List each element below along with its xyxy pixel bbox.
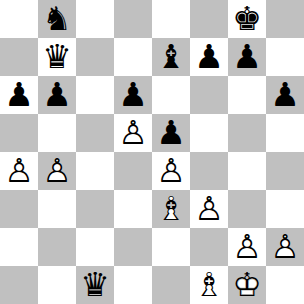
white-pawn: ♟♙ bbox=[114, 114, 152, 152]
square-a4[interactable]: ♟♙ bbox=[0, 152, 38, 190]
pawn-glyph: ♟ bbox=[114, 76, 152, 114]
square-h2[interactable]: ♟♙ bbox=[266, 228, 304, 266]
square-a3[interactable] bbox=[0, 190, 38, 228]
square-f1[interactable]: ♝♗ bbox=[190, 266, 228, 304]
white-bishop: ♝♗ bbox=[190, 266, 228, 304]
square-d7[interactable] bbox=[114, 38, 152, 76]
square-c1[interactable]: ♛ bbox=[76, 266, 114, 304]
black-bishop: ♝ bbox=[152, 38, 190, 76]
square-b1[interactable] bbox=[38, 266, 76, 304]
white-pawn: ♟♙ bbox=[266, 228, 304, 266]
white-pawn: ♟♙ bbox=[152, 152, 190, 190]
square-f2[interactable] bbox=[190, 228, 228, 266]
square-a2[interactable] bbox=[0, 228, 38, 266]
pawn-outline-glyph: ♙ bbox=[152, 152, 190, 190]
square-b6[interactable]: ♟ bbox=[38, 76, 76, 114]
pawn-glyph: ♟ bbox=[152, 114, 190, 152]
black-pawn: ♟ bbox=[152, 114, 190, 152]
square-f6[interactable] bbox=[190, 76, 228, 114]
square-g8[interactable]: ♚ bbox=[228, 0, 266, 38]
square-d6[interactable]: ♟ bbox=[114, 76, 152, 114]
pawn-outline-glyph: ♙ bbox=[0, 152, 38, 190]
square-g1[interactable]: ♚♔ bbox=[228, 266, 266, 304]
square-h5[interactable] bbox=[266, 114, 304, 152]
square-e8[interactable] bbox=[152, 0, 190, 38]
queen-glyph: ♛ bbox=[38, 38, 76, 76]
square-g2[interactable]: ♟♙ bbox=[228, 228, 266, 266]
square-c4[interactable] bbox=[76, 152, 114, 190]
black-pawn: ♟ bbox=[114, 76, 152, 114]
king-glyph: ♚ bbox=[228, 0, 266, 38]
pawn-glyph: ♟ bbox=[266, 76, 304, 114]
square-f4[interactable] bbox=[190, 152, 228, 190]
square-b3[interactable] bbox=[38, 190, 76, 228]
square-g4[interactable] bbox=[228, 152, 266, 190]
square-e6[interactable] bbox=[152, 76, 190, 114]
pawn-glyph: ♟ bbox=[0, 76, 38, 114]
white-bishop: ♝♗ bbox=[152, 190, 190, 228]
square-c6[interactable] bbox=[76, 76, 114, 114]
pawn-outline-glyph: ♙ bbox=[114, 114, 152, 152]
square-a8[interactable] bbox=[0, 0, 38, 38]
square-a7[interactable] bbox=[0, 38, 38, 76]
square-a1[interactable] bbox=[0, 266, 38, 304]
square-e4[interactable]: ♟♙ bbox=[152, 152, 190, 190]
black-queen: ♛ bbox=[38, 38, 76, 76]
white-king: ♚♔ bbox=[228, 266, 266, 304]
pawn-glyph: ♟ bbox=[190, 38, 228, 76]
square-b5[interactable] bbox=[38, 114, 76, 152]
square-g3[interactable] bbox=[228, 190, 266, 228]
square-d5[interactable]: ♟♙ bbox=[114, 114, 152, 152]
pawn-outline-glyph: ♙ bbox=[266, 228, 304, 266]
chess-board: ♞♚♛♝♟♟♟♟♟♟♟♙♟♟♙♟♙♟♙♝♗♟♙♟♙♟♙♛♝♗♚♔ bbox=[0, 0, 304, 304]
pawn-outline-glyph: ♙ bbox=[228, 228, 266, 266]
square-c2[interactable] bbox=[76, 228, 114, 266]
pawn-outline-glyph: ♙ bbox=[190, 190, 228, 228]
square-e1[interactable] bbox=[152, 266, 190, 304]
pawn-glyph: ♟ bbox=[38, 76, 76, 114]
square-c5[interactable] bbox=[76, 114, 114, 152]
square-b4[interactable]: ♟♙ bbox=[38, 152, 76, 190]
black-queen: ♛ bbox=[76, 266, 114, 304]
square-e2[interactable] bbox=[152, 228, 190, 266]
square-c7[interactable] bbox=[76, 38, 114, 76]
square-f3[interactable]: ♟♙ bbox=[190, 190, 228, 228]
square-h4[interactable] bbox=[266, 152, 304, 190]
pawn-glyph: ♟ bbox=[228, 38, 266, 76]
square-d8[interactable] bbox=[114, 0, 152, 38]
square-f5[interactable] bbox=[190, 114, 228, 152]
white-pawn: ♟♙ bbox=[0, 152, 38, 190]
black-pawn: ♟ bbox=[38, 76, 76, 114]
black-pawn: ♟ bbox=[266, 76, 304, 114]
square-h3[interactable] bbox=[266, 190, 304, 228]
square-d2[interactable] bbox=[114, 228, 152, 266]
bishop-glyph: ♝ bbox=[152, 38, 190, 76]
square-h6[interactable]: ♟ bbox=[266, 76, 304, 114]
square-g7[interactable]: ♟ bbox=[228, 38, 266, 76]
queen-glyph: ♛ bbox=[76, 266, 114, 304]
black-knight: ♞ bbox=[38, 0, 76, 38]
square-d3[interactable] bbox=[114, 190, 152, 228]
pawn-outline-glyph: ♙ bbox=[38, 152, 76, 190]
square-g6[interactable] bbox=[228, 76, 266, 114]
white-pawn: ♟♙ bbox=[228, 228, 266, 266]
bishop-outline-glyph: ♗ bbox=[152, 190, 190, 228]
knight-glyph: ♞ bbox=[38, 0, 76, 38]
square-e3[interactable]: ♝♗ bbox=[152, 190, 190, 228]
square-c8[interactable] bbox=[76, 0, 114, 38]
square-b7[interactable]: ♛ bbox=[38, 38, 76, 76]
square-c3[interactable] bbox=[76, 190, 114, 228]
black-pawn: ♟ bbox=[190, 38, 228, 76]
black-pawn: ♟ bbox=[228, 38, 266, 76]
square-b2[interactable] bbox=[38, 228, 76, 266]
square-d1[interactable] bbox=[114, 266, 152, 304]
square-d4[interactable] bbox=[114, 152, 152, 190]
square-h8[interactable] bbox=[266, 0, 304, 38]
black-king: ♚ bbox=[228, 0, 266, 38]
square-a5[interactable] bbox=[0, 114, 38, 152]
square-f8[interactable] bbox=[190, 0, 228, 38]
square-b8[interactable]: ♞ bbox=[38, 0, 76, 38]
square-h1[interactable] bbox=[266, 266, 304, 304]
square-e5[interactable]: ♟ bbox=[152, 114, 190, 152]
square-a6[interactable]: ♟ bbox=[0, 76, 38, 114]
white-pawn: ♟♙ bbox=[190, 190, 228, 228]
bishop-outline-glyph: ♗ bbox=[190, 266, 228, 304]
square-g5[interactable] bbox=[228, 114, 266, 152]
white-pawn: ♟♙ bbox=[38, 152, 76, 190]
square-f7[interactable]: ♟ bbox=[190, 38, 228, 76]
square-h7[interactable] bbox=[266, 38, 304, 76]
black-pawn: ♟ bbox=[0, 76, 38, 114]
king-outline-glyph: ♔ bbox=[228, 266, 266, 304]
square-e7[interactable]: ♝ bbox=[152, 38, 190, 76]
